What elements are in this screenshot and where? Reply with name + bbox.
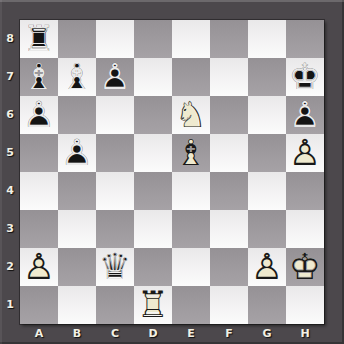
black-pawn[interactable]: ♟♙ bbox=[96, 58, 134, 96]
square-d4[interactable] bbox=[134, 172, 172, 210]
square-b2[interactable] bbox=[58, 248, 96, 286]
square-c1[interactable] bbox=[96, 286, 134, 324]
black-pawn[interactable]: ♟♙ bbox=[58, 134, 96, 172]
square-e5[interactable]: ♝♗ bbox=[172, 134, 210, 172]
square-f6[interactable] bbox=[210, 96, 248, 134]
square-g8[interactable] bbox=[248, 20, 286, 58]
square-b1[interactable] bbox=[58, 286, 96, 324]
rank-label-1: 1 bbox=[0, 286, 20, 324]
rank-label-3: 3 bbox=[0, 210, 20, 248]
square-c5[interactable] bbox=[96, 134, 134, 172]
square-a4[interactable] bbox=[20, 172, 58, 210]
piece-outline-layer: ♔ bbox=[286, 57, 324, 95]
square-e2[interactable] bbox=[172, 248, 210, 286]
file-label-d: D bbox=[134, 324, 172, 344]
square-f5[interactable] bbox=[210, 134, 248, 172]
square-b6[interactable] bbox=[58, 96, 96, 134]
white-king[interactable]: ♚♔ bbox=[286, 248, 324, 286]
black-king[interactable]: ♚♔ bbox=[286, 58, 324, 96]
black-pawn[interactable]: ♟♙ bbox=[20, 96, 58, 134]
square-g6[interactable] bbox=[248, 96, 286, 134]
piece-outline-layer: ♖ bbox=[134, 285, 172, 323]
square-e6[interactable]: ♞♘ bbox=[172, 96, 210, 134]
square-a7[interactable]: ♝♗ bbox=[20, 58, 58, 96]
square-h3[interactable] bbox=[286, 210, 324, 248]
square-c3[interactable] bbox=[96, 210, 134, 248]
piece-outline-layer: ♙ bbox=[58, 133, 96, 171]
white-pawn[interactable]: ♟♙ bbox=[20, 248, 58, 286]
square-e7[interactable] bbox=[172, 58, 210, 96]
square-a8[interactable]: ♜♖ bbox=[20, 20, 58, 58]
square-e1[interactable] bbox=[172, 286, 210, 324]
chess-board-frame: ♜♖♝♗♝♗♟♙♚♔♟♙♞♘♟♙♟♙♝♗♟♙♟♙♛♕♟♙♚♔♜♖ 8765432… bbox=[0, 0, 344, 344]
square-c7[interactable]: ♟♙ bbox=[96, 58, 134, 96]
square-h8[interactable] bbox=[286, 20, 324, 58]
white-pawn[interactable]: ♟♙ bbox=[248, 248, 286, 286]
square-d5[interactable] bbox=[134, 134, 172, 172]
square-h7[interactable]: ♚♔ bbox=[286, 58, 324, 96]
square-b7[interactable]: ♝♗ bbox=[58, 58, 96, 96]
square-h1[interactable] bbox=[286, 286, 324, 324]
file-label-f: F bbox=[210, 324, 248, 344]
square-f4[interactable] bbox=[210, 172, 248, 210]
file-label-b: B bbox=[58, 324, 96, 344]
square-g7[interactable] bbox=[248, 58, 286, 96]
rank-label-8: 8 bbox=[0, 20, 20, 58]
square-a2[interactable]: ♟♙ bbox=[20, 248, 58, 286]
piece-outline-layer: ♗ bbox=[58, 57, 96, 95]
square-b4[interactable] bbox=[58, 172, 96, 210]
square-g4[interactable] bbox=[248, 172, 286, 210]
square-e3[interactable] bbox=[172, 210, 210, 248]
black-pawn[interactable]: ♟♙ bbox=[286, 96, 324, 134]
square-g3[interactable] bbox=[248, 210, 286, 248]
square-c4[interactable] bbox=[96, 172, 134, 210]
piece-outline-layer: ♔ bbox=[286, 247, 324, 285]
piece-outline-layer: ♙ bbox=[20, 247, 58, 285]
square-c8[interactable] bbox=[96, 20, 134, 58]
square-f3[interactable] bbox=[210, 210, 248, 248]
square-a3[interactable] bbox=[20, 210, 58, 248]
square-f7[interactable] bbox=[210, 58, 248, 96]
square-h5[interactable]: ♟♙ bbox=[286, 134, 324, 172]
square-f2[interactable] bbox=[210, 248, 248, 286]
file-label-g: G bbox=[248, 324, 286, 344]
piece-outline-layer: ♘ bbox=[172, 95, 210, 133]
white-pawn[interactable]: ♟♙ bbox=[286, 134, 324, 172]
square-a6[interactable]: ♟♙ bbox=[20, 96, 58, 134]
rank-label-6: 6 bbox=[0, 96, 20, 134]
square-c6[interactable] bbox=[96, 96, 134, 134]
black-rook[interactable]: ♜♖ bbox=[20, 20, 58, 58]
board: ♜♖♝♗♝♗♟♙♚♔♟♙♞♘♟♙♟♙♝♗♟♙♟♙♛♕♟♙♚♔♜♖ bbox=[20, 20, 324, 324]
piece-outline-layer: ♙ bbox=[286, 95, 324, 133]
black-queen[interactable]: ♛♕ bbox=[96, 248, 134, 286]
file-label-e: E bbox=[172, 324, 210, 344]
square-g1[interactable] bbox=[248, 286, 286, 324]
file-label-a: A bbox=[20, 324, 58, 344]
white-knight[interactable]: ♞♘ bbox=[172, 96, 210, 134]
file-label-c: C bbox=[96, 324, 134, 344]
square-b5[interactable]: ♟♙ bbox=[58, 134, 96, 172]
rank-label-4: 4 bbox=[0, 172, 20, 210]
square-g5[interactable] bbox=[248, 134, 286, 172]
piece-outline-layer: ♗ bbox=[172, 133, 210, 171]
file-label-h: H bbox=[286, 324, 324, 344]
square-b3[interactable] bbox=[58, 210, 96, 248]
square-a1[interactable] bbox=[20, 286, 58, 324]
square-f1[interactable] bbox=[210, 286, 248, 324]
square-e8[interactable] bbox=[172, 20, 210, 58]
square-g2[interactable]: ♟♙ bbox=[248, 248, 286, 286]
piece-outline-layer: ♕ bbox=[96, 247, 134, 285]
square-d1[interactable]: ♜♖ bbox=[134, 286, 172, 324]
square-b8[interactable] bbox=[58, 20, 96, 58]
square-d8[interactable] bbox=[134, 20, 172, 58]
black-bishop[interactable]: ♝♗ bbox=[58, 58, 96, 96]
square-f8[interactable] bbox=[210, 20, 248, 58]
square-h2[interactable]: ♚♔ bbox=[286, 248, 324, 286]
piece-outline-layer: ♗ bbox=[20, 57, 58, 95]
square-a5[interactable] bbox=[20, 134, 58, 172]
square-d2[interactable] bbox=[134, 248, 172, 286]
square-h6[interactable]: ♟♙ bbox=[286, 96, 324, 134]
square-h4[interactable] bbox=[286, 172, 324, 210]
rank-label-2: 2 bbox=[0, 248, 20, 286]
white-rook[interactable]: ♜♖ bbox=[134, 286, 172, 324]
piece-outline-layer: ♙ bbox=[286, 133, 324, 171]
square-c2[interactable]: ♛♕ bbox=[96, 248, 134, 286]
piece-outline-layer: ♙ bbox=[20, 95, 58, 133]
rank-label-7: 7 bbox=[0, 58, 20, 96]
square-d7[interactable] bbox=[134, 58, 172, 96]
piece-outline-layer: ♙ bbox=[248, 247, 286, 285]
square-e4[interactable] bbox=[172, 172, 210, 210]
black-bishop[interactable]: ♝♗ bbox=[20, 58, 58, 96]
square-d6[interactable] bbox=[134, 96, 172, 134]
square-d3[interactable] bbox=[134, 210, 172, 248]
white-bishop[interactable]: ♝♗ bbox=[172, 134, 210, 172]
rank-label-5: 5 bbox=[0, 134, 20, 172]
piece-outline-layer: ♖ bbox=[20, 19, 58, 57]
piece-outline-layer: ♙ bbox=[96, 57, 134, 95]
